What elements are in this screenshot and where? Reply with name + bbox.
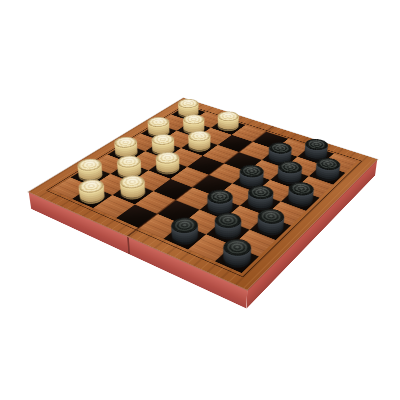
black-checker[interactable]: ⛂ xyxy=(167,226,203,248)
white-checker-symbol: ⛀ xyxy=(124,135,125,136)
black-checker[interactable]: ⛂ xyxy=(284,190,317,209)
white-checker-symbol: ⛀ xyxy=(88,157,89,158)
black-checker[interactable]: ⛂ xyxy=(311,166,342,183)
white-checker-symbol: ⛀ xyxy=(225,110,226,111)
board-wood-frame: ⛀⛀⛂⛀⛂⛂⛀⛀⛂⛀⛂⛂⛀⛀⛂⛀⛂⛂⛀⛀⛂⛀⛂⛂ xyxy=(29,98,378,290)
black-checker-symbol: ⛂ xyxy=(247,162,248,163)
product-photo-scene: ⛀⛀⛂⛀⛂⛂⛀⛀⛂⛀⛂⛂⛀⛀⛂⛀⛂⛂⛀⛀⛂⛀⛂⛂ xyxy=(0,0,400,400)
white-checker-symbol: ⛀ xyxy=(186,97,187,98)
fold-hinge-seam-side xyxy=(127,237,130,255)
checkers-board: ⛀⛀⛂⛀⛂⛂⛀⛀⛂⛀⛂⛂⛀⛀⛂⛀⛂⛂⛀⛀⛂⛀⛂⛂ xyxy=(29,98,378,290)
black-checker[interactable]: ⛂ xyxy=(218,247,256,271)
piece-layer: ⛀⛀⛂⛀⛂⛂⛀⛀⛂⛀⛂⛂⛀⛀⛂⛀⛂⛂⛀⛀⛂⛀⛂⛂ xyxy=(29,98,378,290)
black-checker-symbol: ⛂ xyxy=(276,140,277,141)
white-checker[interactable]: ⛀ xyxy=(116,184,150,202)
black-checker-symbol: ⛂ xyxy=(312,137,313,138)
white-checker[interactable]: ⛀ xyxy=(214,120,243,134)
white-checker-symbol: ⛀ xyxy=(156,115,157,116)
black-checker[interactable]: ⛂ xyxy=(253,217,288,238)
white-checker[interactable]: ⛀ xyxy=(184,139,214,154)
black-checker-symbol: ⛂ xyxy=(181,214,183,215)
